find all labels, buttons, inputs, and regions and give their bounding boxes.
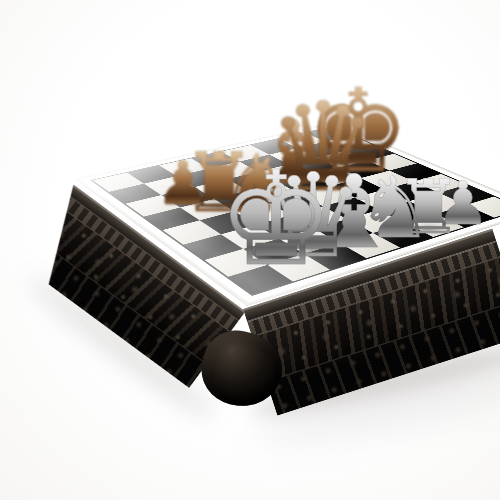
piece-bronze-pawn: ♟: [153, 153, 213, 213]
piece-bronze-bishop: ♝: [248, 109, 336, 197]
piece-contact-shadow: [250, 251, 302, 262]
piece-contact-shadow: [290, 244, 337, 254]
piece-silver-bishop: ♝: [304, 162, 405, 263]
piece-silver-king: ♚: [211, 154, 341, 284]
piece-bronze-rook: ♜: [178, 142, 260, 224]
piece-contact-shadow: [298, 177, 348, 188]
piece-contact-shadow: [334, 237, 375, 246]
piece-bronze-knight: ♞: [215, 145, 294, 224]
piece-silver-knight: ♞: [353, 165, 438, 250]
piece-contact-shadow: [171, 196, 195, 203]
piece-contact-shadow: [413, 225, 443, 232]
piece-contact-shadow: [378, 228, 412, 235]
piece-silver-queen: ♛: [255, 158, 371, 274]
piece-contact-shadow: [451, 216, 475, 223]
piece-contact-shadow: [335, 159, 381, 169]
piece-contact-shadow: [275, 173, 310, 181]
piece-bronze-queen: ♛: [262, 86, 385, 209]
pieces-layer: ♚♝♛♟♜♞♟♜♞♝♛♚: [0, 0, 500, 500]
piece-silver-rook: ♜: [391, 170, 466, 245]
piece-contact-shadow: [203, 203, 236, 210]
piece-silver-pawn: ♟: [433, 173, 493, 233]
piece-bronze-king: ♚: [301, 74, 416, 189]
piece-contact-shadow: [238, 203, 270, 210]
chess-set-product-photo[interactable]: ♚♝♛♟♜♞♟♜♞♝♛♚: [0, 0, 500, 500]
